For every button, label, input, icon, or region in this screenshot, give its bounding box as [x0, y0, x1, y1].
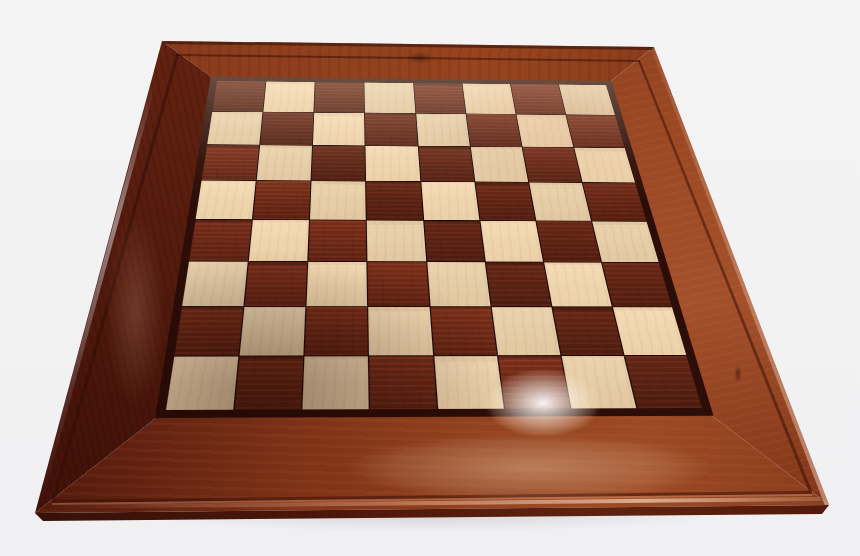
board-photo [0, 0, 860, 556]
specular-highlight [95, 180, 175, 440]
wood-knot [733, 362, 743, 386]
specular-highlight [300, 425, 760, 510]
